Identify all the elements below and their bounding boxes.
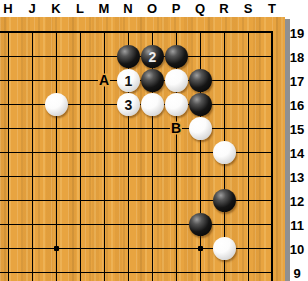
white-stone-O16[interactable] bbox=[141, 93, 164, 116]
row-label-18: 18 bbox=[287, 50, 307, 65]
grid-line-row-15 bbox=[0, 128, 273, 129]
white-stone-N17[interactable]: 1 bbox=[117, 69, 140, 92]
grid-line-col-S bbox=[248, 31, 249, 281]
white-stone-N16[interactable]: 3 bbox=[117, 93, 140, 116]
column-label-H: H bbox=[0, 1, 20, 16]
white-stone-Q15[interactable] bbox=[189, 117, 212, 140]
row-label-17: 17 bbox=[287, 74, 307, 89]
column-label-K: K bbox=[44, 1, 68, 16]
row-label-14: 14 bbox=[287, 146, 307, 161]
grid-line-row-9 bbox=[0, 272, 273, 273]
move-number-2: 2 bbox=[149, 50, 157, 64]
black-stone-O18[interactable]: 2 bbox=[141, 45, 164, 68]
grid-line-row-11 bbox=[0, 224, 273, 225]
grid-line-col-K bbox=[56, 31, 57, 281]
point-label-B[interactable]: B bbox=[170, 122, 182, 135]
white-stone-K16[interactable] bbox=[45, 93, 68, 116]
column-label-Q: Q bbox=[188, 1, 212, 16]
grid-line-col-M bbox=[104, 31, 105, 281]
column-label-O: O bbox=[140, 1, 164, 16]
black-stone-N18[interactable] bbox=[117, 45, 140, 68]
white-stone-R10[interactable] bbox=[213, 237, 236, 260]
row-label-11: 11 bbox=[287, 218, 307, 233]
go-diagram-screenshot: HJKLMNOPQRST191817161514131211109 213 AB bbox=[0, 0, 308, 281]
row-label-10: 10 bbox=[287, 242, 307, 257]
column-label-T: T bbox=[260, 1, 284, 16]
star-point-Q10 bbox=[198, 246, 203, 251]
star-point-K10 bbox=[54, 246, 59, 251]
black-stone-Q17[interactable] bbox=[189, 69, 212, 92]
column-label-J: J bbox=[20, 1, 44, 16]
row-label-9: 9 bbox=[287, 266, 307, 281]
black-stone-O17[interactable] bbox=[141, 69, 164, 92]
white-stone-P17[interactable] bbox=[165, 69, 188, 92]
column-label-S: S bbox=[236, 1, 260, 16]
grid-line-col-L bbox=[80, 31, 81, 281]
black-stone-P18[interactable] bbox=[165, 45, 188, 68]
row-label-16: 16 bbox=[287, 98, 307, 113]
row-label-15: 15 bbox=[287, 122, 307, 137]
white-stone-P16[interactable] bbox=[165, 93, 188, 116]
column-label-P: P bbox=[164, 1, 188, 16]
row-label-12: 12 bbox=[287, 194, 307, 209]
row-label-13: 13 bbox=[287, 170, 307, 185]
grid-line-col-J bbox=[32, 31, 33, 281]
column-label-M: M bbox=[92, 1, 116, 16]
column-label-R: R bbox=[212, 1, 236, 16]
row-label-19: 19 bbox=[287, 26, 307, 41]
move-number-1: 1 bbox=[125, 74, 133, 88]
black-stone-Q11[interactable] bbox=[189, 213, 212, 236]
point-label-A[interactable]: A bbox=[98, 74, 110, 87]
grid-line-col-T bbox=[271, 31, 273, 281]
grid-line-col-H bbox=[8, 31, 9, 281]
column-label-N: N bbox=[116, 1, 140, 16]
move-number-3: 3 bbox=[125, 98, 133, 112]
grid-line-row-13 bbox=[0, 176, 273, 177]
grid-line-row-19 bbox=[0, 31, 273, 33]
column-label-L: L bbox=[68, 1, 92, 16]
black-stone-Q16[interactable] bbox=[189, 93, 212, 116]
white-stone-R14[interactable] bbox=[213, 141, 236, 164]
black-stone-R12[interactable] bbox=[213, 189, 236, 212]
